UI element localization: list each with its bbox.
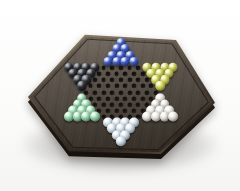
hole-empty[interactable] — [114, 108, 119, 113]
hole-empty[interactable] — [105, 96, 110, 101]
marble-blue[interactable] — [121, 57, 130, 66]
hole-empty[interactable] — [145, 90, 150, 95]
hole-empty[interactable] — [140, 84, 145, 89]
hole-empty[interactable] — [101, 65, 106, 70]
board-cells — [20, 31, 218, 159]
hole-empty[interactable] — [97, 72, 102, 77]
hole-empty[interactable] — [149, 84, 154, 89]
hole-empty[interactable] — [101, 90, 106, 95]
hole-empty[interactable] — [106, 72, 111, 77]
hole-empty[interactable] — [136, 102, 141, 107]
hole-empty[interactable] — [110, 78, 115, 83]
marble-blue[interactable] — [112, 57, 121, 66]
hole-empty[interactable] — [114, 72, 119, 77]
hole-empty[interactable] — [119, 90, 124, 95]
hole-empty[interactable] — [114, 84, 119, 89]
hole-empty[interactable] — [114, 96, 119, 101]
hole-empty[interactable] — [140, 72, 145, 77]
marble-blue[interactable] — [103, 57, 112, 66]
hole-empty[interactable] — [127, 102, 132, 107]
hole-empty[interactable] — [123, 108, 128, 113]
hole-empty[interactable] — [101, 78, 106, 83]
marble-blue[interactable] — [130, 57, 139, 66]
hole-empty[interactable] — [119, 65, 124, 70]
hole-empty[interactable] — [110, 102, 115, 107]
marble-ice-blue[interactable] — [116, 136, 126, 146]
hole-empty[interactable] — [145, 78, 150, 83]
hole-empty[interactable] — [127, 78, 132, 83]
hole-empty[interactable] — [136, 90, 141, 95]
hole-empty[interactable] — [136, 78, 141, 83]
hole-empty[interactable] — [97, 84, 102, 89]
hole-empty[interactable] — [123, 84, 128, 89]
hole-empty[interactable] — [118, 102, 123, 107]
marble-yellow[interactable] — [155, 81, 164, 90]
hole-empty[interactable] — [92, 78, 97, 83]
hole-empty[interactable] — [140, 96, 145, 101]
hole-empty[interactable] — [136, 65, 141, 70]
hole-empty[interactable] — [132, 84, 137, 89]
hole-empty[interactable] — [119, 78, 124, 83]
game-board — [20, 31, 218, 159]
hole-empty[interactable] — [88, 84, 93, 89]
hole-empty[interactable] — [105, 84, 110, 89]
hole-empty[interactable] — [110, 90, 115, 95]
hole-empty[interactable] — [131, 108, 136, 113]
hole-empty[interactable] — [132, 96, 137, 101]
marble-green[interactable] — [90, 112, 100, 122]
hole-empty[interactable] — [123, 72, 128, 77]
hole-empty[interactable] — [101, 102, 106, 107]
hole-empty[interactable] — [123, 96, 128, 101]
marble-white[interactable] — [168, 112, 178, 122]
hole-empty[interactable] — [97, 96, 102, 101]
hole-empty[interactable] — [110, 65, 115, 70]
photo-background — [0, 0, 240, 191]
hole-empty[interactable] — [127, 65, 132, 70]
hole-empty[interactable] — [105, 108, 110, 113]
hole-empty[interactable] — [92, 90, 97, 95]
hole-empty[interactable] — [127, 90, 132, 95]
hole-empty[interactable] — [132, 72, 137, 77]
